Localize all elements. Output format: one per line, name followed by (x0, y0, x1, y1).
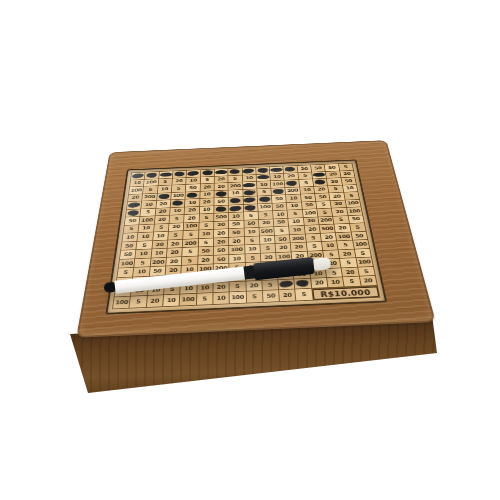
grid-cell[interactable]: 20 (200, 198, 214, 206)
grid-cell[interactable]: 10 (242, 168, 255, 175)
cell-value: 5 (304, 181, 308, 186)
grid-cell[interactable]: 10 (229, 254, 244, 263)
grid-cell[interactable]: 10 (145, 172, 159, 179)
grid-cell[interactable]: 100 (229, 245, 244, 254)
grid-cell[interactable]: 50 (325, 164, 339, 171)
grid-cell[interactable]: 20 (331, 200, 346, 208)
cell-value: 5 (204, 215, 208, 220)
grid-cell[interactable]: 20 (279, 289, 296, 301)
grid-cell[interactable]: 20 (214, 176, 227, 183)
grid-cell[interactable]: 20 (146, 295, 163, 307)
cell-value: 20 (217, 239, 225, 245)
grid-cell[interactable]: 20 (214, 238, 229, 247)
grid-cell[interactable]: 50 (125, 217, 140, 225)
cell-value: 50 (314, 166, 322, 171)
grid-cell[interactable]: 100 (243, 189, 257, 196)
grid-cell[interactable]: 5 (296, 289, 313, 301)
grid-cell[interactable]: 20 (278, 280, 294, 290)
grid-cell[interactable]: 10 (163, 294, 179, 306)
grid-cell[interactable]: 5 (201, 169, 214, 176)
grid-cell[interactable]: 5 (168, 231, 183, 239)
grid-cell[interactable]: 500 (320, 225, 335, 233)
grid-cell[interactable]: 20 (214, 229, 228, 237)
cell-value: 20 (300, 166, 308, 171)
cell-value: 20 (203, 185, 210, 190)
grid-cell[interactable]: 10 (322, 241, 338, 250)
cell-value: 10 (203, 207, 211, 212)
cell-value: 10 (173, 209, 181, 214)
cell-value: 20 (287, 174, 295, 179)
cell-value: 10 (139, 251, 148, 257)
grid-cell[interactable]: 20 (313, 179, 327, 186)
grid-cell[interactable]: 100 (271, 180, 285, 187)
grid-cell[interactable]: 20 (335, 224, 351, 232)
cell-value: 20 (172, 224, 180, 229)
grid-cell[interactable]: 50 (214, 198, 228, 206)
box-top-face: 2010520105205101020520505051010052010520… (76, 140, 436, 338)
cell-value: 10 (189, 178, 196, 183)
grid-cell[interactable]: 100 (258, 203, 272, 211)
cell-value: 20 (249, 283, 258, 289)
grid-cell[interactable]: 5 (284, 166, 298, 173)
grid-cell[interactable]: 5 (154, 224, 169, 232)
marker-scribble (215, 170, 227, 175)
grid-cell[interactable]: 5 (340, 258, 356, 267)
cell-value: 10 (142, 226, 150, 231)
cell-value: 200 (144, 195, 156, 200)
grid-cell[interactable]: 10 (127, 201, 142, 209)
grid-cell[interactable]: 10 (153, 232, 168, 240)
grid-cell[interactable]: 10 (138, 233, 153, 241)
grid-cell[interactable]: 20 (198, 256, 213, 265)
marker-scribble (174, 171, 185, 177)
grid-cell[interactable]: 50 (263, 290, 279, 302)
grid-cell[interactable]: 20 (169, 223, 184, 231)
grid-cell[interactable]: 200 (229, 182, 242, 189)
grid-cell[interactable]: 50 (120, 250, 136, 259)
cell-value: 5 (344, 165, 348, 169)
grid-cell[interactable]: 10 (286, 195, 300, 203)
grid-cell[interactable]: 50 (229, 220, 243, 228)
marker-scribble (215, 191, 226, 197)
grid-cell[interactable]: 20 (304, 217, 319, 225)
grid-cell[interactable]: 200 (150, 258, 166, 267)
grid-cell[interactable]: 5 (124, 225, 139, 233)
grid-cell[interactable]: 5 (141, 208, 156, 216)
grid-cell[interactable]: 50 (315, 193, 330, 201)
grid-cell[interactable]: 5 (183, 231, 198, 239)
grid-cell[interactable]: 50 (229, 205, 243, 213)
grid-cell[interactable]: 50 (348, 215, 364, 223)
cell-value: 5 (343, 242, 348, 247)
grid-cell[interactable]: 100 (180, 294, 196, 306)
grid-cell[interactable]: 20 (172, 178, 186, 185)
grid-cell[interactable]: 20 (297, 165, 311, 172)
cell-value: 200 (287, 188, 299, 193)
grid-cell[interactable]: 20 (284, 173, 298, 180)
grid-cell[interactable]: 5 (288, 210, 303, 218)
grid-cell[interactable]: 50 (198, 247, 213, 256)
grid-cell[interactable]: 5 (258, 211, 272, 219)
grid-cell[interactable]: 100 (356, 258, 373, 267)
grid-cell[interactable]: 20 (311, 278, 328, 288)
goal-plate: R$10.000 (313, 286, 379, 299)
cell-value: 5 (159, 225, 163, 230)
grid-cell[interactable]: 50 (273, 203, 287, 211)
grid-cell[interactable]: 20 (326, 171, 340, 178)
grid-cell[interactable]: 20 (200, 184, 213, 191)
grid-cell[interactable]: 50 (341, 177, 356, 184)
cell-value: 100 (304, 210, 316, 215)
marker-scribble (296, 280, 308, 288)
cell-value: 50 (217, 199, 225, 204)
cell-value: 100 (259, 205, 271, 210)
cell-value: 20 (171, 241, 179, 247)
grid-cell[interactable]: 5 (307, 242, 323, 251)
cell-value: 100 (348, 209, 360, 214)
grid-cell[interactable]: 5 (182, 256, 197, 265)
grid-cell[interactable]: 20 (215, 169, 228, 176)
grid-cell[interactable]: 5 (228, 175, 241, 182)
grid-cell[interactable]: 100 (345, 200, 360, 208)
grid-cell[interactable]: 20 (332, 208, 347, 216)
grid-cell[interactable]: 5 (244, 212, 258, 220)
cell-value: 20 (363, 278, 373, 284)
grid-cell[interactable]: 20 (173, 171, 186, 178)
cell-value: 5 (355, 225, 360, 230)
grid-cell[interactable]: 20 (314, 186, 329, 193)
grid-cell[interactable]: 20 (339, 249, 355, 258)
cell-value: 10 (203, 192, 211, 197)
grid-cell[interactable]: 5 (339, 163, 353, 170)
grid-cell[interactable]: 5 (172, 185, 186, 192)
grid-cell[interactable]: 5 (343, 277, 360, 287)
grid-cell[interactable]: 20 (152, 240, 167, 249)
grid-cell[interactable]: 10 (256, 167, 269, 174)
cell-value: 20 (201, 257, 209, 263)
grid-cell[interactable]: 5 (274, 227, 289, 235)
cell-value: 5 (266, 246, 270, 251)
cell-value: 10 (273, 175, 281, 180)
grid-cell[interactable]: 5 (244, 236, 259, 244)
grid-cell[interactable]: 10 (170, 207, 184, 215)
grid-cell[interactable]: 20 (330, 193, 345, 201)
grid-cell[interactable]: 10 (242, 175, 255, 182)
cell-value: 50 (305, 203, 313, 208)
grid-cell[interactable]: 10 (289, 226, 304, 234)
grid-cell[interactable]: 20 (246, 281, 262, 291)
cell-value: 50 (278, 236, 286, 242)
grid-cell[interactable]: 10 (213, 292, 229, 304)
grid-cell[interactable]: 10 (187, 170, 200, 177)
grid-cell[interactable]: 10 (199, 206, 213, 214)
grid-cell[interactable]: 5 (257, 188, 271, 195)
cell-value: 50 (125, 243, 134, 249)
grid-cell[interactable]: 50 (126, 209, 141, 217)
grid-cell[interactable]: 100 (144, 179, 158, 186)
grid-cell[interactable]: 5 (344, 192, 359, 200)
grid-cell[interactable]: 5 (197, 293, 213, 305)
goal-plate-label: R$10.000 (320, 287, 371, 298)
grid-cell[interactable]: 10 (200, 191, 214, 198)
grid-cell[interactable]: 100 (171, 192, 185, 199)
grid-cell[interactable]: 50 (186, 184, 200, 191)
cell-value: 5 (205, 178, 209, 182)
cell-value: 5 (333, 187, 337, 192)
grid-cell[interactable]: 5 (182, 247, 197, 256)
grid-cell[interactable]: 5 (246, 291, 262, 303)
grid-cell[interactable]: 10 (243, 182, 257, 189)
grid-cell[interactable]: 20 (168, 240, 183, 249)
cell-value: 5 (233, 177, 237, 181)
cell-value: 20 (324, 234, 333, 240)
grid-cell[interactable]: 5 (198, 238, 213, 247)
grid-cell[interactable]: 20 (128, 194, 142, 201)
grid-cell[interactable]: 500 (214, 213, 228, 221)
grid-cell[interactable]: 5 (158, 178, 172, 185)
grid-cell[interactable]: 5 (306, 234, 321, 242)
grid-cell[interactable]: 5 (328, 185, 343, 192)
grid-cell[interactable]: 20 (131, 172, 145, 179)
grid-cell[interactable]: 50 (272, 195, 286, 203)
grid-cell[interactable]: 20 (214, 183, 227, 190)
cell-value: 5 (293, 211, 297, 216)
grid-cell[interactable]: 20 (291, 243, 307, 252)
grid-cell[interactable]: 5 (316, 201, 331, 209)
grid-cell[interactable]: 10 (139, 224, 154, 232)
grid-cell[interactable]: 10 (245, 245, 260, 254)
marker-scribble (215, 206, 227, 212)
cell-value: 100 (185, 224, 197, 229)
grid-cell[interactable]: 5 (262, 280, 278, 290)
cell-value: 20 (308, 227, 317, 232)
grid-cell[interactable]: 20 (340, 170, 354, 177)
cell-value: 20 (131, 195, 139, 200)
grid-cell[interactable]: 5 (299, 179, 313, 186)
marker-scribble (160, 172, 172, 177)
grid-cell[interactable]: 20 (259, 219, 274, 227)
grid-cell[interactable]: 10 (270, 173, 284, 180)
grid-cell[interactable]: 5 (199, 214, 213, 222)
grid-cell[interactable]: 5 (260, 244, 275, 253)
cell-value: 20 (159, 209, 167, 214)
grid-cell[interactable]: 50 (214, 190, 228, 197)
grid-cell[interactable]: 100 (353, 240, 369, 249)
grid-cell[interactable]: 10 (151, 249, 166, 258)
cell-value: 20 (343, 172, 351, 177)
cell-value: 20 (175, 179, 183, 184)
cell-value: 200 (320, 218, 332, 223)
grid-cell[interactable]: 100 (129, 187, 143, 194)
grid-cell[interactable]: 10 (136, 250, 152, 259)
grid-cell[interactable]: 20 (184, 214, 198, 222)
grid-cell[interactable]: 50 (351, 232, 367, 240)
cell-value: 100 (272, 182, 283, 187)
grid-cell[interactable]: 5 (199, 222, 213, 230)
grid-cell[interactable]: 10 (287, 202, 302, 210)
grid-cell[interactable]: 5 (298, 172, 312, 179)
cell-value: 10 (233, 256, 241, 262)
grid-cell[interactable]: 10 (158, 185, 172, 192)
grid-cell[interactable]: 200 (318, 216, 333, 224)
grid-cell[interactable]: 10 (243, 204, 257, 212)
grid-cell[interactable]: 20 (167, 248, 182, 257)
grid-cell[interactable]: 20 (214, 205, 228, 213)
grid-cell[interactable]: 10 (243, 196, 257, 204)
grid-cell[interactable]: 20 (229, 197, 243, 205)
cell-value: 100 (347, 201, 359, 206)
cell-value: 5 (262, 190, 266, 195)
cell-value: 10 (188, 200, 196, 205)
grid-cell[interactable]: 10 (199, 230, 213, 238)
grid-cell[interactable]: 50 (274, 218, 289, 226)
grid-cell[interactable]: 5 (135, 258, 151, 267)
grid-cell[interactable]: 20 (327, 178, 341, 185)
cell-value: 10 (248, 246, 256, 252)
grid-cell[interactable]: 5 (355, 249, 371, 258)
grid-cell[interactable]: 50 (214, 255, 229, 264)
cell-value: 5 (280, 228, 284, 233)
cell-value: 100 (181, 296, 194, 303)
marker-scribble (244, 205, 256, 211)
marker-scribble (285, 166, 296, 172)
grid-cell[interactable]: 20 (155, 216, 170, 224)
cell-value: 20 (232, 238, 240, 244)
cell-value: 100 (358, 259, 371, 265)
cell-value: 100 (354, 241, 367, 247)
grid-cell[interactable]: 50 (301, 194, 316, 202)
grid-cell[interactable]: 20 (166, 257, 181, 266)
grid-cell[interactable]: 10 (327, 278, 344, 288)
grid-cell[interactable]: 20 (276, 243, 291, 252)
grid-cell[interactable]: 100 (303, 209, 318, 217)
grid-cell[interactable]: 10 (122, 233, 137, 241)
grid-cell[interactable]: 100 (113, 297, 130, 309)
grid-cell[interactable]: 50 (312, 172, 326, 179)
grid-cell[interactable]: 20 (229, 237, 244, 246)
grid-cell[interactable]: 50 (244, 220, 258, 228)
grid-cell[interactable]: 20 (270, 166, 284, 173)
grid-cell[interactable]: 100 (184, 222, 198, 230)
grid-cell[interactable]: 50 (275, 235, 290, 243)
grid-cell[interactable]: 20 (321, 233, 337, 241)
grid-cell[interactable]: 20 (155, 208, 169, 216)
grid-cell[interactable]: 10 (130, 179, 144, 186)
grid-cell[interactable]: 100 (258, 196, 272, 204)
cell-value: 10 (141, 234, 149, 239)
grid-cell[interactable]: 20 (360, 276, 377, 286)
cell-value: 10 (167, 297, 176, 303)
grid-cell[interactable]: 5 (169, 215, 183, 223)
cell-value: 20 (333, 194, 341, 199)
cell-value: 5 (188, 249, 192, 255)
cell-value: 5 (235, 284, 239, 290)
grid-cell[interactable]: 20 (156, 200, 170, 208)
grid-cell[interactable]: 5 (333, 216, 348, 224)
grid-cell[interactable]: 5 (159, 171, 173, 178)
grid-cell[interactable]: 10 (257, 181, 271, 188)
grid-cell[interactable]: 100 (336, 232, 352, 240)
grid-cell[interactable]: 200 (142, 193, 156, 200)
grid-cell[interactable]: 20 (186, 191, 200, 198)
cell-value: 10 (133, 181, 141, 186)
grid-cell[interactable]: 5 (317, 209, 332, 217)
grid-cell[interactable]: 20 (256, 174, 270, 181)
grid-cell[interactable]: 100 (347, 207, 362, 215)
grid-cell[interactable]: 5 (137, 241, 152, 250)
cell-value: 500 (321, 226, 334, 232)
cell-value: 5 (252, 294, 257, 300)
grid-cell[interactable]: 10 (343, 185, 358, 192)
grid-cell[interactable]: 20 (342, 268, 359, 277)
grid-cell[interactable]: 5 (358, 267, 375, 276)
grid-cell[interactable]: 10 (185, 199, 199, 207)
grid-cell[interactable]: 50 (121, 242, 136, 251)
grid-cell[interactable]: 200 (290, 234, 305, 242)
grid-cell[interactable]: 20 (185, 207, 199, 215)
cell-value: 5 (301, 291, 306, 297)
cell-value: 20 (264, 254, 272, 260)
grid-cell[interactable]: 20 (285, 180, 299, 187)
grid-cell[interactable]: 10 (260, 236, 275, 244)
grid-cell[interactable]: 5 (230, 282, 246, 292)
marker-scribble (127, 210, 139, 216)
grid-cell[interactable]: 100 (119, 259, 135, 268)
grid-cell[interactable]: 10 (141, 201, 155, 209)
grid-cell[interactable]: 50 (171, 200, 185, 208)
grid-cell[interactable]: 5 (130, 296, 147, 308)
grid-cell[interactable]: 10 (244, 228, 259, 236)
grid-cell[interactable]: 20 (305, 225, 320, 233)
cell-value: 10 (126, 235, 135, 240)
grid-cell[interactable]: 5 (295, 279, 311, 289)
grid-cell[interactable]: 50 (229, 229, 243, 237)
grid-cell[interactable]: 10 (273, 210, 288, 218)
grid-cell[interactable]: 10 (229, 190, 243, 197)
grid-cell[interactable]: 20 (214, 221, 228, 229)
grid-cell[interactable]: 5 (200, 176, 213, 183)
grid-cell[interactable]: 100 (230, 292, 246, 304)
grid-cell[interactable]: 50 (214, 246, 229, 255)
cell-value: 10 (245, 176, 252, 181)
cell-value: 500 (215, 214, 227, 219)
cell-value: 20 (217, 184, 224, 189)
cell-value: 50 (201, 248, 209, 254)
marker-scribble (158, 193, 170, 199)
grid-cell[interactable]: 10 (229, 212, 243, 220)
grid-cell[interactable]: 500 (259, 227, 274, 235)
grid-cell[interactable]: 5 (157, 193, 171, 200)
grid-cell[interactable]: 10 (186, 177, 199, 184)
grid-cell[interactable]: 50 (311, 165, 325, 172)
grid-cell[interactable]: 50 (302, 201, 317, 209)
cell-value: 10 (290, 196, 298, 201)
grid-cell[interactable]: 10 (289, 218, 304, 226)
grid-cell[interactable]: 20 (271, 188, 285, 195)
grid-cell[interactable]: 200 (286, 187, 300, 194)
grid-cell[interactable]: 5 (350, 223, 366, 231)
grid-cell[interactable]: 5 (228, 168, 241, 175)
grid-cell[interactable]: 5 (143, 186, 157, 193)
grid-cell[interactable]: 200 (183, 239, 198, 248)
grid-cell[interactable]: 5 (337, 241, 353, 250)
cell-value: 20 (283, 292, 292, 298)
cell-value: 100 (115, 299, 129, 306)
marker-scribble (279, 280, 294, 289)
cell-value: 5 (250, 238, 254, 243)
grid-cell[interactable]: 100 (140, 216, 155, 224)
grid-cell[interactable]: 10 (300, 186, 314, 193)
